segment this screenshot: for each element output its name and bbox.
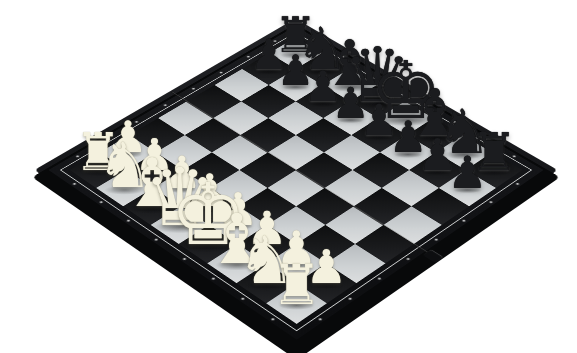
board-grid: [70, 38, 523, 324]
board-surface: [49, 26, 544, 339]
frame-rivet: [182, 257, 186, 260]
chess-board: [34, 19, 557, 351]
frame-rivet: [126, 219, 130, 222]
frame-rivet: [241, 297, 246, 300]
frame-rivet: [515, 183, 519, 186]
frame-rivet: [219, 71, 223, 73]
frame-rivet: [72, 183, 76, 186]
frame-rivet: [246, 56, 250, 58]
frame-rivet: [348, 297, 353, 300]
frame-rivet: [105, 138, 109, 141]
frame-rivet: [512, 155, 516, 158]
frame-rivet: [314, 40, 318, 42]
frame-rivet: [453, 121, 457, 124]
frame-rivet: [424, 104, 428, 106]
frame-rivet: [482, 138, 486, 141]
frame-rivet: [76, 155, 80, 158]
frame-rivet: [318, 318, 323, 321]
frame-rivet: [489, 201, 493, 204]
frame-rivet: [163, 104, 167, 106]
frame-rivet: [99, 201, 103, 204]
frame-rivet: [191, 87, 195, 89]
frame-rivet: [341, 56, 345, 58]
frame-rivet: [211, 277, 215, 280]
frame-rivet: [154, 238, 158, 241]
frame-rivet: [368, 71, 372, 73]
frame-rivet: [434, 238, 438, 241]
photo-canvas: ♜♞♟♝♟♛♟♚♟♝♟♞♟♟♜♟♟♜♟♟♞♟♝♟♛♟♚♟♝♟♞♜: [0, 0, 577, 353]
frame-rivet: [462, 219, 466, 222]
frame-rivet: [273, 40, 277, 42]
frame-rivet: [135, 121, 139, 124]
frame-rivet: [377, 277, 381, 280]
scene-stage: ♜♞♟♝♟♛♟♚♟♝♟♞♟♟♜♟♟♜♟♟♞♟♝♟♛♟♚♟♝♟♞♜: [0, 0, 577, 353]
frame-rivet: [406, 257, 410, 260]
frame-rivet: [396, 87, 400, 89]
frame-rivet: [271, 318, 276, 321]
